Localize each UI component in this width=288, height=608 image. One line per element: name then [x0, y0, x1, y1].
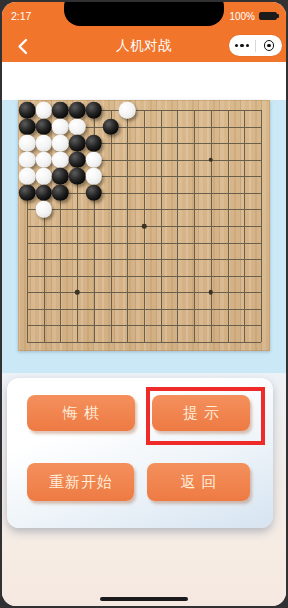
black-stone [102, 118, 119, 135]
spacer [2, 62, 286, 100]
more-menu-button[interactable] [229, 35, 255, 56]
black-stone [19, 118, 36, 135]
black-stone [69, 168, 86, 185]
board-area [2, 100, 286, 373]
white-stone [52, 118, 69, 135]
white-stone [19, 135, 36, 152]
star-point [142, 224, 147, 229]
restart-button[interactable]: 重新开始 [27, 463, 134, 501]
black-stone [52, 185, 69, 202]
home-indicator [100, 597, 188, 602]
controls-area: 悔棋 提示 重新开始 返回 [2, 373, 286, 606]
app-header: 2:17 100% 人机对战 [2, 2, 286, 62]
white-stone [19, 168, 36, 185]
battery-percent: 100% [229, 11, 255, 22]
white-stone [52, 135, 69, 152]
phone-screen: 2:17 100% 人机对战 [2, 2, 286, 606]
more-dots-icon [235, 44, 250, 47]
hint-button[interactable]: 提示 [152, 395, 250, 431]
white-stone [19, 151, 36, 168]
black-stone [86, 102, 103, 119]
white-stone [35, 201, 52, 218]
black-stone [19, 185, 36, 202]
black-stone [35, 185, 52, 202]
game-board[interactable] [18, 100, 270, 351]
black-stone [86, 185, 103, 202]
return-button[interactable]: 返回 [147, 463, 250, 501]
black-stone [35, 118, 52, 135]
controls-card: 悔棋 提示 重新开始 返回 [7, 378, 273, 528]
white-stone [69, 118, 86, 135]
battery-icon [259, 12, 277, 21]
nav-bar: 人机对战 [2, 30, 286, 62]
phone-notch [64, 2, 224, 26]
circle-dot-icon [264, 40, 275, 51]
black-stone [69, 135, 86, 152]
star-point [209, 157, 214, 162]
star-point [75, 290, 80, 295]
capsule-close-button[interactable] [256, 35, 282, 56]
clock-time: 2:17 [11, 10, 31, 22]
black-stone [69, 102, 86, 119]
white-stone [52, 151, 69, 168]
miniprogram-capsule [229, 35, 282, 56]
white-stone [35, 168, 52, 185]
black-stone [52, 102, 69, 119]
white-stone [35, 135, 52, 152]
black-stone [52, 168, 69, 185]
white-stone [35, 151, 52, 168]
black-stone [69, 151, 86, 168]
white-stone [86, 168, 103, 185]
black-stone [86, 135, 103, 152]
undo-button[interactable]: 悔棋 [27, 395, 135, 431]
board-grid [27, 110, 261, 342]
white-stone [35, 102, 52, 119]
white-stone [86, 151, 103, 168]
black-stone [19, 102, 36, 119]
white-stone [119, 102, 136, 119]
star-point [209, 290, 214, 295]
